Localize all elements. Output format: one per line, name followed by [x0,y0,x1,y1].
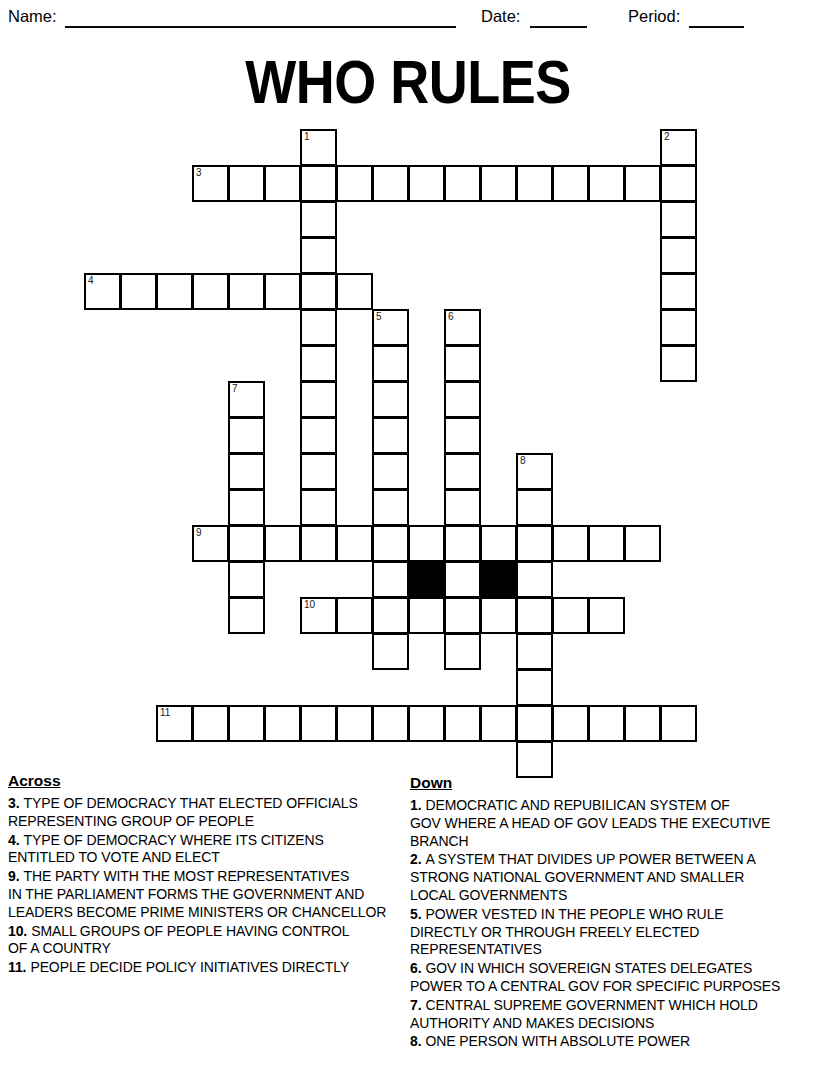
period-label: Period: [628,7,680,26]
grid-cell[interactable] [588,165,625,202]
grid-cell[interactable] [228,165,265,202]
grid-cell[interactable] [372,705,409,742]
grid-cell[interactable] [300,489,337,526]
grid-cell[interactable] [444,489,481,526]
clue-number: 3 [196,168,202,178]
block-cell [480,561,517,598]
grid-cell[interactable] [660,273,697,310]
across-clues-section: Across 3.TYPE OF DEMOCRACY THAT ELECTED … [8,772,408,978]
grid-cell[interactable] [444,597,481,634]
grid-cell[interactable] [156,273,193,310]
down-clue-8: 8.ONE PERSON WITH ABSOLUTE POWER [410,1033,814,1051]
clue-number: 3. [8,795,19,811]
grid-cell[interactable]: 4 [84,273,121,310]
grid-cell[interactable] [516,489,553,526]
grid-cell[interactable]: 9 [192,525,229,562]
grid-cell[interactable] [372,633,409,670]
grid-cell[interactable]: 10 [300,597,337,634]
clue-number: 5 [376,312,382,322]
grid-cell[interactable] [372,417,409,454]
grid-cell[interactable] [372,525,409,562]
grid-cell[interactable] [660,201,697,238]
clue-number: 11. [8,959,26,975]
grid-cell[interactable] [444,453,481,490]
grid-cell[interactable] [228,417,265,454]
date-label: Date: [481,7,520,26]
grid-cell[interactable] [300,453,337,490]
clue-number: 4. [8,832,19,848]
down-clue-2: 2.A SYSTEM THAT DIVIDES UP POWER BETWEEN… [410,851,814,904]
grid-cell[interactable] [444,417,481,454]
clue-number: 8. [410,1033,421,1049]
grid-cell[interactable] [408,165,445,202]
grid-cell[interactable]: 1 [300,129,337,166]
grid-cell[interactable] [264,525,301,562]
date-fill-in-line[interactable] [530,6,587,28]
grid-cell[interactable] [552,165,589,202]
grid-cell[interactable] [552,597,589,634]
across-clue-3: 3.TYPE OF DEMOCRACY THAT ELECTED OFFICIA… [8,795,408,831]
down-clue-6: 6.GOV IN WHICH SOVEREIGN STATES DELEGATE… [410,960,814,996]
block-cell [408,561,445,598]
grid-cell[interactable] [408,597,445,634]
clue-number: 4 [88,276,94,286]
clue-number: 6. [410,960,421,976]
down-clues-section: Down 1.DEMOCRATIC AND REPUBILICAN SYSTEM… [410,774,814,1052]
grid-cell[interactable] [444,561,481,598]
grid-cell[interactable]: 7 [228,381,265,418]
grid-cell[interactable] [336,165,373,202]
grid-cell[interactable] [192,273,229,310]
grid-cell[interactable] [300,417,337,454]
grid-cell[interactable] [588,705,625,742]
grid-cell[interactable] [372,453,409,490]
grid-cell[interactable] [444,165,481,202]
grid-cell[interactable] [480,597,517,634]
grid-cell[interactable] [300,309,337,346]
grid-cell[interactable] [336,273,373,310]
grid-cell[interactable] [300,381,337,418]
grid-cell[interactable]: 2 [660,129,697,166]
grid-cell[interactable] [408,705,445,742]
grid-cell[interactable] [480,525,517,562]
grid-cell[interactable] [444,633,481,670]
grid-cell[interactable] [444,705,481,742]
clue-number: 8 [520,456,526,466]
grid-cell[interactable] [228,525,265,562]
grid-cell[interactable]: 5 [372,309,409,346]
grid-cell[interactable] [300,345,337,382]
name-label: Name: [8,7,57,26]
grid-cell[interactable] [516,633,553,670]
grid-cell[interactable] [300,237,337,274]
grid-cell[interactable] [444,381,481,418]
grid-cell[interactable]: 11 [156,705,193,742]
grid-cell[interactable]: 3 [192,165,229,202]
grid-cell[interactable] [660,345,697,382]
clue-number: 7. [410,997,421,1013]
across-clue-4: 4.TYPE OF DEMOCRACY WHERE ITS CITIZENS E… [8,832,408,868]
clue-number: 2 [664,132,670,142]
grid-cell[interactable] [372,165,409,202]
grid-cell[interactable] [516,561,553,598]
grid-cell[interactable] [480,165,517,202]
grid-cell[interactable] [372,345,409,382]
grid-cell[interactable] [336,597,373,634]
grid-cell[interactable] [660,309,697,346]
clue-number: 6 [448,312,454,322]
clue-number: 10 [304,600,315,610]
grid-cell[interactable] [372,561,409,598]
grid-cell[interactable] [624,705,661,742]
grid-cell[interactable]: 6 [444,309,481,346]
puzzle-title: WHO RULES [0,47,816,116]
down-clue-7: 7.CENTRAL SUPREME GOVERNMENT WHICH HOLD … [410,997,814,1033]
grid-cell[interactable] [300,525,337,562]
grid-cell[interactable] [588,597,625,634]
grid-cell[interactable] [516,165,553,202]
down-clue-5: 5.POWER VESTED IN THE PEOPLE WHO RULE DI… [410,906,814,959]
grid-cell[interactable] [552,705,589,742]
grid-cell[interactable] [228,273,265,310]
grid-cell[interactable] [228,597,265,634]
grid-cell[interactable] [300,165,337,202]
clue-number: 11 [160,708,170,718]
grid-cell[interactable] [336,525,373,562]
grid-cell[interactable] [444,345,481,382]
grid-cell[interactable] [228,561,265,598]
grid-cell[interactable] [552,525,589,562]
grid-cell[interactable] [264,705,301,742]
grid-cell[interactable] [444,525,481,562]
grid-cell[interactable] [516,705,553,742]
clue-number: 1. [410,797,421,813]
grid-cell[interactable] [408,525,445,562]
grid-cell[interactable] [264,273,301,310]
grid-cell[interactable] [516,525,553,562]
clue-number: 10. [8,923,27,939]
down-clue-1: 1.DEMOCRATIC AND REPUBILICAN SYSTEM OF G… [410,797,814,850]
name-fill-in-line[interactable] [65,6,456,28]
grid-cell[interactable] [660,705,697,742]
grid-cell[interactable] [372,381,409,418]
grid-cell[interactable] [660,165,697,202]
clue-number: 7 [232,384,238,394]
grid-cell[interactable] [624,165,661,202]
clue-number: 2. [410,851,421,867]
grid-cell[interactable] [300,273,337,310]
period-fill-in-line[interactable] [689,6,744,28]
grid-cell[interactable] [336,705,373,742]
crossword-grid: 1234567891011 [84,129,698,779]
clue-number: 9 [196,528,202,538]
grid-cell[interactable] [660,237,697,274]
grid-cell[interactable] [516,597,553,634]
grid-cell[interactable] [516,669,553,706]
grid-cell[interactable] [624,525,661,562]
crossword-worksheet-page: { "game": "crossword", "header": { "name… [0,0,816,1083]
grid-cell[interactable] [588,525,625,562]
clue-number: 1 [304,132,310,142]
grid-cell[interactable] [300,705,337,742]
grid-cell[interactable] [516,741,553,778]
grid-cell[interactable] [372,489,409,526]
grid-cell[interactable]: 8 [516,453,553,490]
clue-number: 9. [8,868,19,884]
grid-cell[interactable] [480,705,517,742]
grid-cell[interactable] [372,597,409,634]
grid-cell[interactable] [300,201,337,238]
across-clue-10: 10.SMALL GROUPS OF PEOPLE HAVING CONTROL… [8,923,408,959]
down-heading: Down [410,774,814,792]
across-clue-9: 9.THE PARTY WITH THE MOST REPRESENTATIVE… [8,868,408,921]
grid-cell[interactable] [120,273,157,310]
grid-cell[interactable] [228,453,265,490]
across-clue-11: 11.PEOPLE DECIDE POLICY INITIATIVES DIRE… [8,959,408,977]
grid-cell[interactable] [228,489,265,526]
clue-number: 5. [410,906,421,922]
grid-cell[interactable] [192,705,229,742]
grid-cell[interactable] [264,165,301,202]
grid-cell[interactable] [228,705,265,742]
across-heading: Across [8,772,408,790]
